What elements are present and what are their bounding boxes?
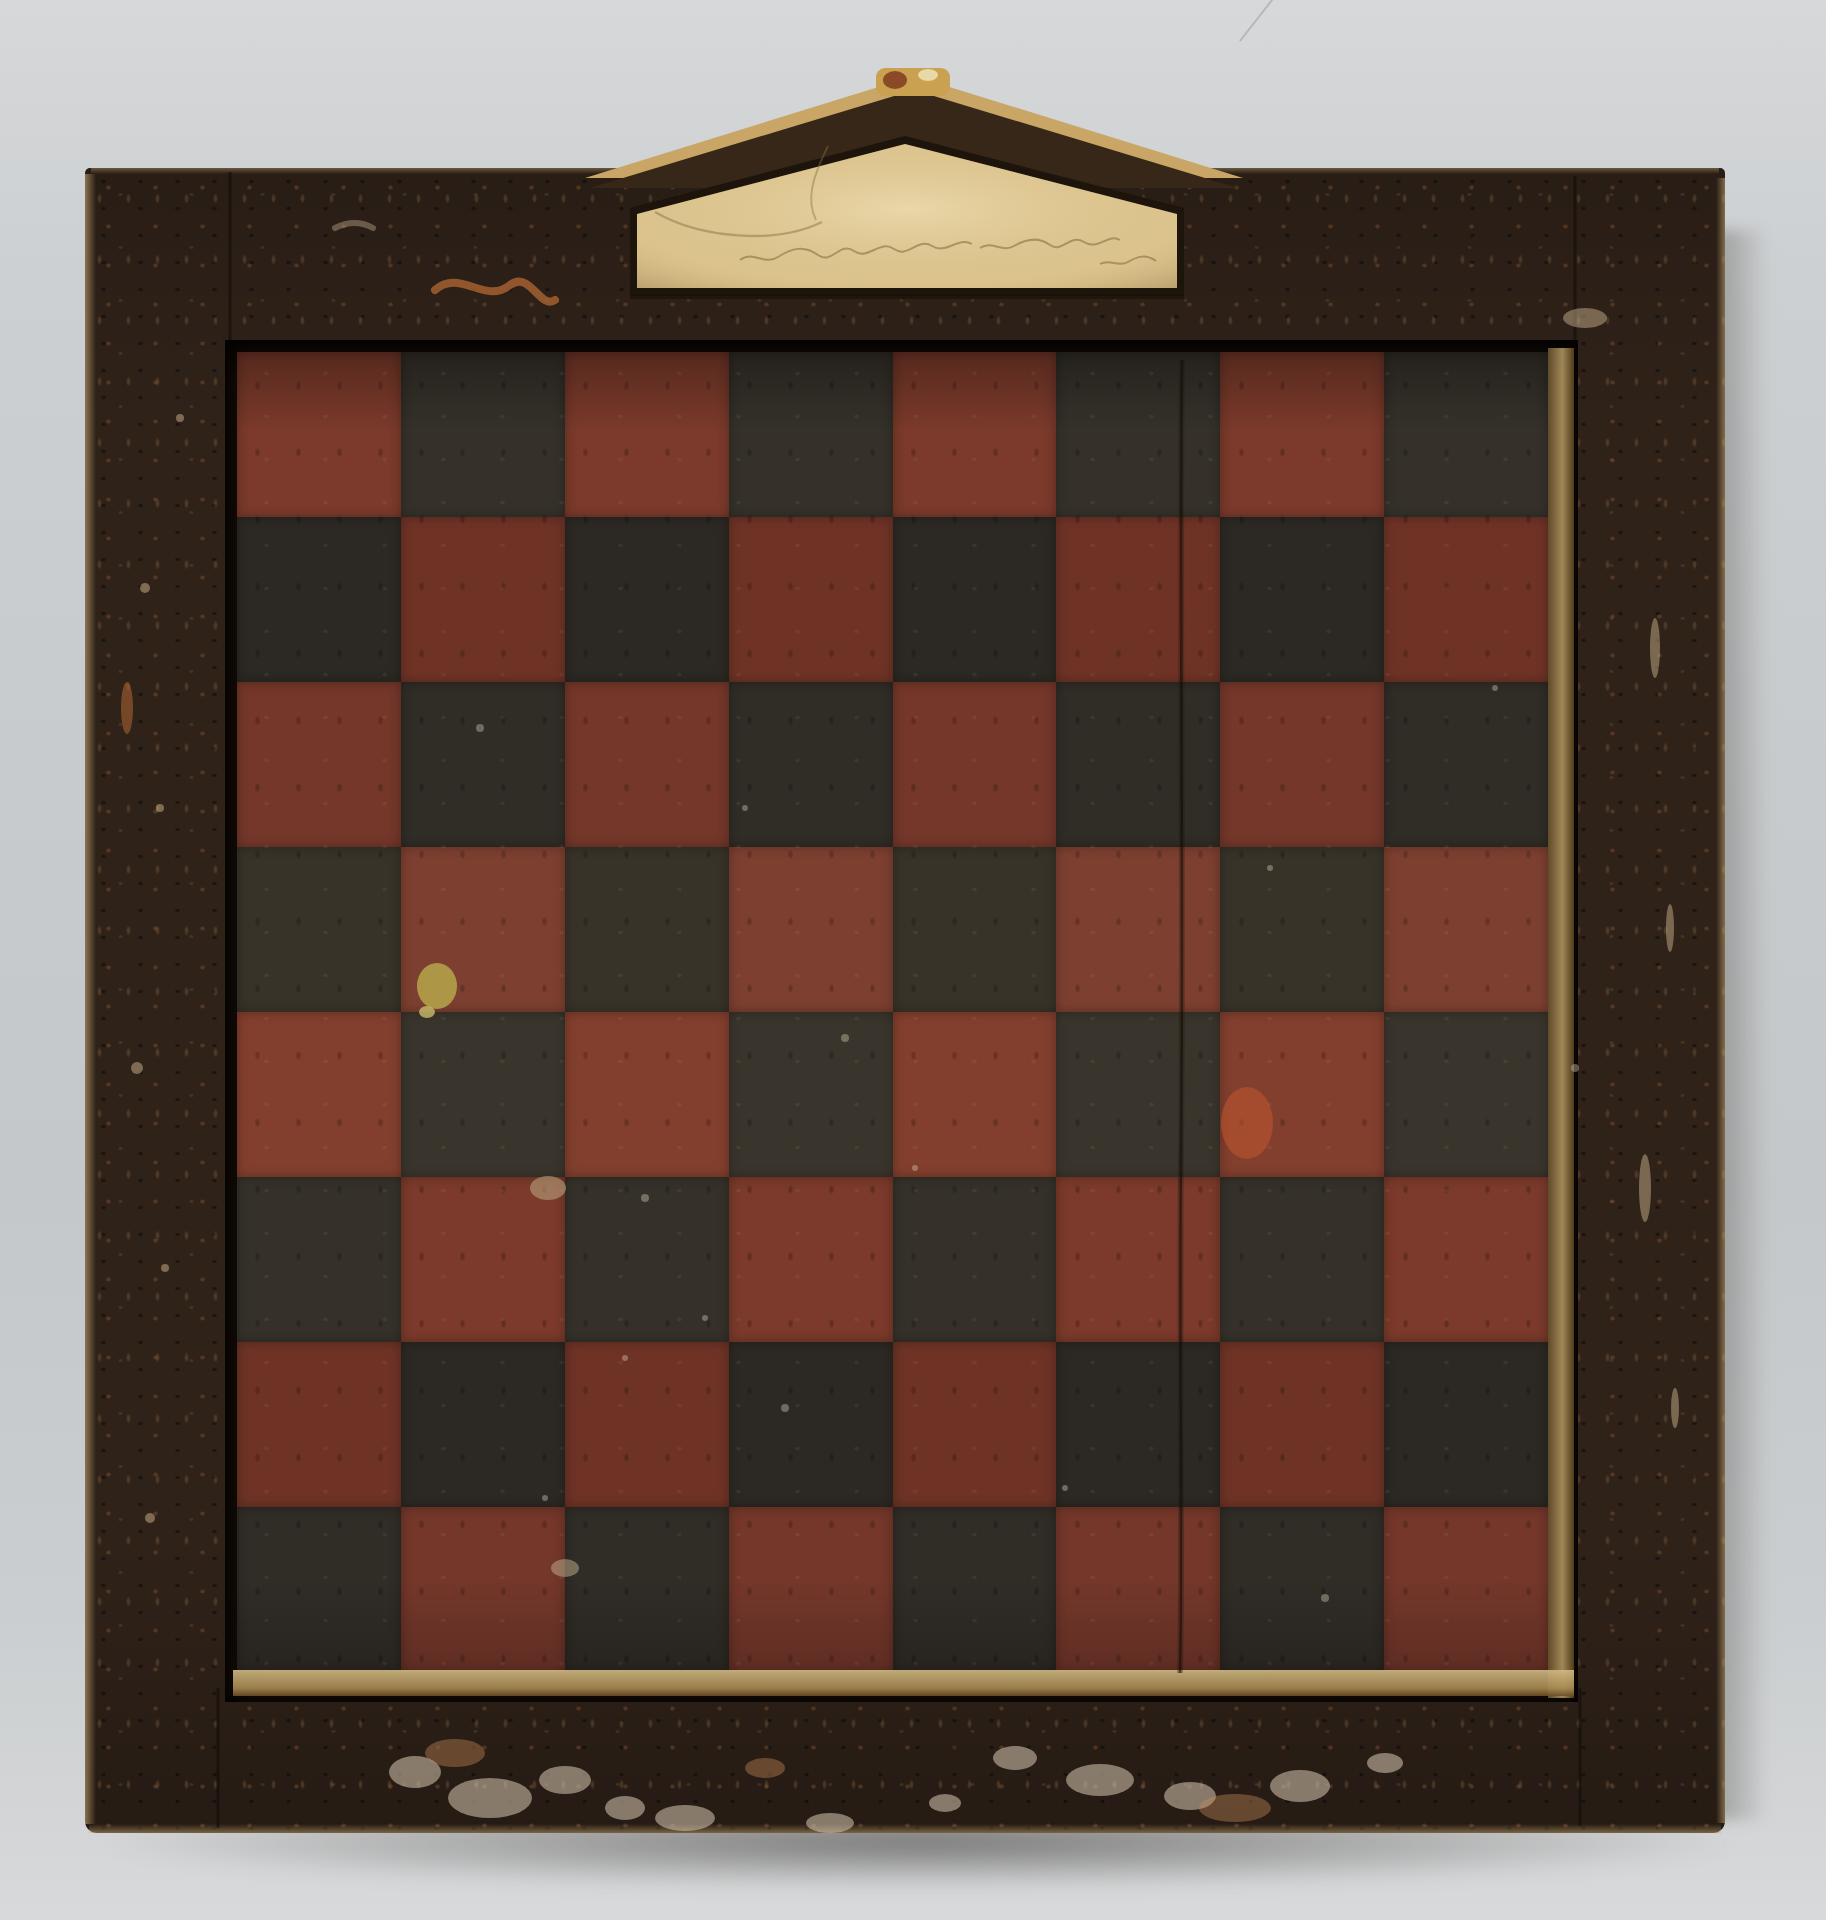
crest-peak-knob (876, 68, 950, 96)
scene: faint illegible cursive handwritten insc… (0, 0, 1826, 1920)
crest-pediment: faint illegible cursive handwritten insc… (560, 50, 1260, 350)
photo-viewport: faint illegible cursive handwritten insc… (0, 0, 1826, 1920)
stile-speckles (121, 308, 1679, 1523)
board-surface-chips (417, 685, 1579, 1602)
checkers-board: faint illegible cursive handwritten insc… (85, 168, 1725, 1833)
board-age-crack (1180, 360, 1182, 1673)
wear-marks-overlay (85, 168, 1725, 1833)
